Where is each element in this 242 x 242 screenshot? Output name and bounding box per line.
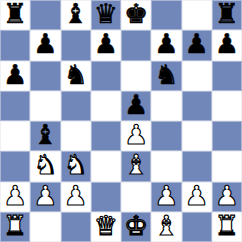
black-pawn-a6[interactable]: ♟ bbox=[3, 61, 27, 90]
black-rook-h8[interactable]: ♜ bbox=[215, 0, 239, 29]
square-c1[interactable] bbox=[61, 212, 91, 242]
white-queen-d1[interactable]: ♛ bbox=[94, 212, 118, 241]
square-f2[interactable]: ♟ bbox=[151, 182, 181, 212]
square-h3[interactable] bbox=[212, 151, 242, 181]
white-pawn-f2[interactable]: ♟ bbox=[154, 182, 178, 211]
square-a5[interactable] bbox=[0, 91, 30, 121]
square-c6[interactable]: ♞ bbox=[61, 61, 91, 91]
black-pawn-e5[interactable]: ♟ bbox=[124, 91, 148, 120]
white-pawn-b2[interactable]: ♟ bbox=[33, 182, 57, 211]
white-pawn-c2[interactable]: ♟ bbox=[64, 182, 88, 211]
square-e1[interactable]: ♚ bbox=[121, 212, 151, 242]
black-pawn-g7[interactable]: ♟ bbox=[185, 30, 209, 59]
square-b3[interactable]: ♞ bbox=[30, 151, 60, 181]
square-d7[interactable]: ♟ bbox=[91, 30, 121, 60]
black-pawn-h7[interactable]: ♟ bbox=[215, 30, 239, 59]
square-c8[interactable]: ♝ bbox=[61, 0, 91, 30]
square-f3[interactable] bbox=[151, 151, 181, 181]
square-g7[interactable]: ♟ bbox=[182, 30, 212, 60]
square-h6[interactable] bbox=[212, 61, 242, 91]
black-queen-d8[interactable]: ♛ bbox=[94, 0, 118, 29]
square-g8[interactable] bbox=[182, 0, 212, 30]
square-c7[interactable] bbox=[61, 30, 91, 60]
square-g1[interactable] bbox=[182, 212, 212, 242]
square-b5[interactable] bbox=[30, 91, 60, 121]
square-c2[interactable]: ♟ bbox=[61, 182, 91, 212]
square-d4[interactable] bbox=[91, 121, 121, 151]
square-a1[interactable]: ♜ bbox=[0, 212, 30, 242]
square-c5[interactable] bbox=[61, 91, 91, 121]
square-e8[interactable]: ♚ bbox=[121, 0, 151, 30]
white-pawn-a2[interactable]: ♟ bbox=[3, 182, 27, 211]
white-knight-b3[interactable]: ♞ bbox=[33, 151, 57, 180]
square-g2[interactable]: ♟ bbox=[182, 182, 212, 212]
square-f8[interactable] bbox=[151, 0, 181, 30]
square-b2[interactable]: ♟ bbox=[30, 182, 60, 212]
black-rook-a8[interactable]: ♜ bbox=[3, 0, 27, 29]
square-b8[interactable] bbox=[30, 0, 60, 30]
square-h1[interactable]: ♜ bbox=[212, 212, 242, 242]
square-f7[interactable]: ♟ bbox=[151, 30, 181, 60]
square-f6[interactable]: ♞ bbox=[151, 61, 181, 91]
black-bishop-b4[interactable]: ♝ bbox=[33, 121, 57, 150]
white-rook-a1[interactable]: ♜ bbox=[3, 212, 27, 241]
white-rook-h1[interactable]: ♜ bbox=[215, 212, 239, 241]
black-bishop-c8[interactable]: ♝ bbox=[64, 0, 88, 29]
black-king-e8[interactable]: ♚ bbox=[124, 0, 148, 29]
square-b1[interactable] bbox=[30, 212, 60, 242]
white-pawn-h2[interactable]: ♟ bbox=[215, 182, 239, 211]
square-b6[interactable] bbox=[30, 61, 60, 91]
white-pawn-e4[interactable]: ♟ bbox=[124, 121, 148, 150]
square-a6[interactable]: ♟ bbox=[0, 61, 30, 91]
square-a7[interactable] bbox=[0, 30, 30, 60]
square-h5[interactable] bbox=[212, 91, 242, 121]
black-pawn-b7[interactable]: ♟ bbox=[33, 30, 57, 59]
square-e2[interactable] bbox=[121, 182, 151, 212]
square-h4[interactable] bbox=[212, 121, 242, 151]
square-d5[interactable] bbox=[91, 91, 121, 121]
white-knight-c3[interactable]: ♞ bbox=[64, 151, 88, 180]
white-king-e1[interactable]: ♚ bbox=[124, 212, 148, 241]
square-a8[interactable]: ♜ bbox=[0, 0, 30, 30]
square-f1[interactable]: ♝ bbox=[151, 212, 181, 242]
square-f5[interactable] bbox=[151, 91, 181, 121]
square-g3[interactable] bbox=[182, 151, 212, 181]
square-e7[interactable] bbox=[121, 30, 151, 60]
square-e3[interactable]: ♝ bbox=[121, 151, 151, 181]
square-d8[interactable]: ♛ bbox=[91, 0, 121, 30]
square-e6[interactable] bbox=[121, 61, 151, 91]
black-knight-c6[interactable]: ♞ bbox=[64, 61, 88, 90]
white-pawn-g2[interactable]: ♟ bbox=[185, 182, 209, 211]
black-pawn-d7[interactable]: ♟ bbox=[94, 30, 118, 59]
square-g5[interactable] bbox=[182, 91, 212, 121]
square-h8[interactable]: ♜ bbox=[212, 0, 242, 30]
black-pawn-f7[interactable]: ♟ bbox=[154, 30, 178, 59]
square-a4[interactable] bbox=[0, 121, 30, 151]
square-c3[interactable]: ♞ bbox=[61, 151, 91, 181]
square-g6[interactable] bbox=[182, 61, 212, 91]
square-d2[interactable] bbox=[91, 182, 121, 212]
square-h7[interactable]: ♟ bbox=[212, 30, 242, 60]
square-a3[interactable] bbox=[0, 151, 30, 181]
square-d6[interactable] bbox=[91, 61, 121, 91]
square-d1[interactable]: ♛ bbox=[91, 212, 121, 242]
chess-board: ♜♝♛♚♜♟♟♟♟♟♟♞♞♟♝♟♞♞♝♟♟♟♟♟♟♜♛♚♝♜ bbox=[0, 0, 242, 242]
square-g4[interactable] bbox=[182, 121, 212, 151]
square-e4[interactable]: ♟ bbox=[121, 121, 151, 151]
square-e5[interactable]: ♟ bbox=[121, 91, 151, 121]
square-d3[interactable] bbox=[91, 151, 121, 181]
square-b4[interactable]: ♝ bbox=[30, 121, 60, 151]
square-c4[interactable] bbox=[61, 121, 91, 151]
white-bishop-e3[interactable]: ♝ bbox=[124, 151, 148, 180]
square-h2[interactable]: ♟ bbox=[212, 182, 242, 212]
square-b7[interactable]: ♟ bbox=[30, 30, 60, 60]
white-bishop-f1[interactable]: ♝ bbox=[154, 212, 178, 241]
square-f4[interactable] bbox=[151, 121, 181, 151]
black-knight-f6[interactable]: ♞ bbox=[154, 61, 178, 90]
square-a2[interactable]: ♟ bbox=[0, 182, 30, 212]
